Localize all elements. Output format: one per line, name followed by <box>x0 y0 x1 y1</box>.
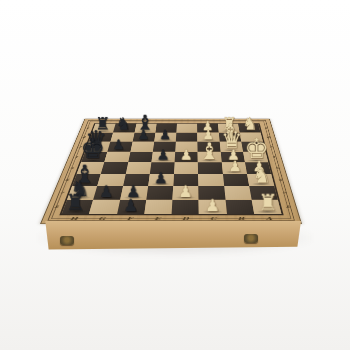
square-g3[interactable]: ♟ <box>108 142 133 152</box>
square-g4[interactable] <box>104 152 130 163</box>
file-label-b: B <box>227 216 256 222</box>
board-box-front-edge <box>44 221 301 251</box>
rank-label-6: 6 <box>276 178 285 181</box>
file-label-a: A <box>254 216 283 222</box>
square-g8[interactable] <box>89 200 120 215</box>
square-e7[interactable] <box>146 186 173 199</box>
black-pawn-e2[interactable]: ♟ <box>159 129 171 142</box>
file-label-c: C <box>199 216 227 222</box>
black-pawn-e4[interactable]: ♟ <box>157 148 170 162</box>
square-g7[interactable]: ♟ <box>93 186 122 199</box>
black-pawn-e6[interactable]: ♟ <box>154 171 168 186</box>
chess-board: ♜♞♝♟♜♞♟♟♟♝♛♟♛♚♟♟♝♟♚♟♟♝♟♞♞♟♟♟♜♟♟♜ HGFEDCB… <box>40 119 302 224</box>
square-a8[interactable]: ♜ <box>251 200 281 215</box>
black-pawn-f8[interactable]: ♟ <box>123 198 138 215</box>
square-d1[interactable] <box>176 124 197 133</box>
file-label-h: H <box>59 216 89 222</box>
square-d8[interactable] <box>172 200 199 215</box>
square-f3[interactable] <box>130 142 154 152</box>
square-b8[interactable] <box>225 200 254 215</box>
black-pawn-g7[interactable]: ♟ <box>100 184 114 200</box>
square-e4[interactable]: ♟ <box>151 152 175 163</box>
square-e8[interactable] <box>144 200 172 215</box>
square-e2[interactable]: ♟ <box>154 132 176 141</box>
board-grid: ♜♞♝♟♜♞♟♟♟♝♛♟♛♚♟♟♝♟♚♟♟♝♟♞♞♟♟♟♜♟♟♜ <box>59 123 283 215</box>
square-f5[interactable] <box>125 162 151 173</box>
square-f4[interactable] <box>128 152 153 163</box>
black-rook-h8[interactable]: ♜ <box>65 192 85 214</box>
square-d7[interactable]: ♟ <box>172 186 198 199</box>
rank-label-4: 4 <box>72 156 80 159</box>
black-pawn-f2[interactable]: ♟ <box>137 129 149 142</box>
square-b5[interactable]: ♟ <box>221 162 246 173</box>
file-label-e: E <box>143 216 171 222</box>
square-c4[interactable]: ♝ <box>198 152 222 163</box>
rank-label-1: 1 <box>262 127 269 129</box>
square-f2[interactable]: ♟ <box>132 132 155 141</box>
square-c5[interactable] <box>198 162 223 173</box>
square-e6[interactable]: ♟ <box>148 174 174 186</box>
product-photo-stage: ♜♞♝♟♜♞♟♟♟♝♛♟♛♚♟♟♝♟♚♟♟♝♟♞♞♟♟♟♜♟♟♜ HGFEDCB… <box>0 0 350 350</box>
square-b7[interactable] <box>224 186 252 199</box>
rank-label-8: 8 <box>283 205 293 209</box>
square-b6[interactable] <box>223 174 249 186</box>
latch-left-icon <box>60 236 74 245</box>
black-pawn-g3[interactable]: ♟ <box>113 138 125 152</box>
square-c6[interactable] <box>198 174 224 186</box>
square-f8[interactable]: ♟ <box>117 200 146 215</box>
square-g5[interactable] <box>101 162 128 173</box>
square-a6[interactable]: ♞ <box>247 174 274 186</box>
white-knight-a1[interactable]: ♞ <box>242 115 257 132</box>
square-d4[interactable]: ♟ <box>175 152 198 163</box>
white-bishop-c4[interactable]: ♝ <box>200 140 220 162</box>
black-knight-g1[interactable]: ♞ <box>116 115 131 132</box>
rank-label-8: 8 <box>51 205 61 209</box>
square-g1[interactable]: ♞ <box>113 124 136 133</box>
rank-label-7: 7 <box>279 191 288 194</box>
rank-label-5: 5 <box>273 166 281 169</box>
white-pawn-c8[interactable]: ♟ <box>205 198 220 215</box>
black-king-h4[interactable]: ♚ <box>81 135 105 162</box>
white-pawn-b5[interactable]: ♟ <box>228 159 241 174</box>
file-label-f: F <box>115 216 144 222</box>
file-label-g: G <box>87 216 116 222</box>
white-rook-a8[interactable]: ♜ <box>258 192 278 214</box>
white-pawn-d4[interactable]: ♟ <box>180 148 193 162</box>
square-d2[interactable] <box>176 132 198 141</box>
file-label-d: D <box>171 216 199 222</box>
square-c8[interactable]: ♟ <box>199 200 227 215</box>
white-knight-a6[interactable]: ♞ <box>252 166 270 187</box>
board-perspective-wrapper: ♜♞♝♟♜♞♟♟♟♝♛♟♛♚♟♟♝♟♚♟♟♝♟♞♞♟♟♟♜♟♟♜ HGFEDCB… <box>40 0 302 224</box>
square-d5[interactable] <box>174 162 198 173</box>
white-pawn-d7[interactable]: ♟ <box>178 184 192 200</box>
latch-right-icon <box>244 234 258 243</box>
rank-label-4: 4 <box>270 156 278 159</box>
file-labels: HGFEDCBA <box>59 216 284 222</box>
